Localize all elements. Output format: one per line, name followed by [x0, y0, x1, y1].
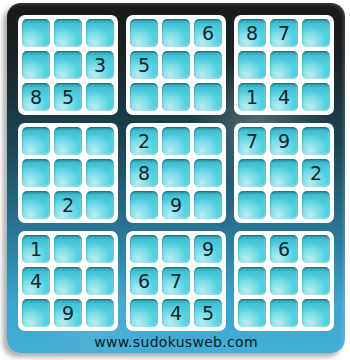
cell-r3c9[interactable]: [302, 83, 330, 111]
cell-r4c5[interactable]: [162, 127, 190, 155]
cell-r1c2[interactable]: [54, 19, 82, 47]
cell-r2c2[interactable]: [54, 51, 82, 79]
cell-r7c2[interactable]: [54, 235, 82, 263]
cell-r5c7[interactable]: [238, 159, 266, 187]
cell-r9c9[interactable]: [302, 299, 330, 327]
box-5: 289: [126, 123, 226, 223]
cell-r6c2[interactable]: 2: [54, 191, 82, 219]
cell-r4c3[interactable]: [86, 127, 114, 155]
cell-r1c8[interactable]: 7: [270, 19, 298, 47]
cell-r8c5[interactable]: 7: [162, 267, 190, 295]
box-8: 96745: [126, 231, 226, 331]
cell-r2c1[interactable]: [22, 51, 50, 79]
cell-r7c3[interactable]: [86, 235, 114, 263]
cell-r2c7[interactable]: [238, 51, 266, 79]
cell-r5c8[interactable]: [270, 159, 298, 187]
cell-r4c9[interactable]: [302, 127, 330, 155]
cell-r4c8[interactable]: 9: [270, 127, 298, 155]
cell-r8c7[interactable]: [238, 267, 266, 295]
cell-r4c2[interactable]: [54, 127, 82, 155]
cell-r2c3[interactable]: 3: [86, 51, 114, 79]
cell-r8c3[interactable]: [86, 267, 114, 295]
cell-r5c9[interactable]: 2: [302, 159, 330, 187]
cell-r5c4[interactable]: 8: [130, 159, 158, 187]
cell-r8c4[interactable]: 6: [130, 267, 158, 295]
site-url-label: www.sudokusweb.com: [7, 334, 345, 350]
cell-r5c5[interactable]: [162, 159, 190, 187]
cell-r7c6[interactable]: 9: [194, 235, 222, 263]
cell-r3c6[interactable]: [194, 83, 222, 111]
cell-r2c9[interactable]: [302, 51, 330, 79]
cell-r8c2[interactable]: [54, 267, 82, 295]
cell-r9c7[interactable]: [238, 299, 266, 327]
cell-r6c1[interactable]: [22, 191, 50, 219]
cell-r5c3[interactable]: [86, 159, 114, 187]
box-4: 2: [18, 123, 118, 223]
box-6: 792: [234, 123, 334, 223]
cell-r3c2[interactable]: 5: [54, 83, 82, 111]
cell-r2c8[interactable]: [270, 51, 298, 79]
cell-r1c6[interactable]: 6: [194, 19, 222, 47]
cell-r2c4[interactable]: 5: [130, 51, 158, 79]
cell-r9c5[interactable]: 4: [162, 299, 190, 327]
cell-r7c5[interactable]: [162, 235, 190, 263]
cell-r9c4[interactable]: [130, 299, 158, 327]
cell-r5c2[interactable]: [54, 159, 82, 187]
sudoku-grid: 385 65 8714 2 289 792 149 96745 6: [7, 3, 345, 331]
cell-r4c6[interactable]: [194, 127, 222, 155]
cell-r6c9[interactable]: [302, 191, 330, 219]
cell-r4c7[interactable]: 7: [238, 127, 266, 155]
cell-r7c7[interactable]: [238, 235, 266, 263]
cell-r8c1[interactable]: 4: [22, 267, 50, 295]
cell-r1c4[interactable]: [130, 19, 158, 47]
cell-r1c7[interactable]: 8: [238, 19, 266, 47]
cell-r4c4[interactable]: 2: [130, 127, 158, 155]
cell-r7c9[interactable]: [302, 235, 330, 263]
cell-r7c4[interactable]: [130, 235, 158, 263]
cell-r3c1[interactable]: 8: [22, 83, 50, 111]
cell-r1c1[interactable]: [22, 19, 50, 47]
cell-r6c7[interactable]: [238, 191, 266, 219]
cell-r8c9[interactable]: [302, 267, 330, 295]
cell-r7c1[interactable]: 1: [22, 235, 50, 263]
box-2: 65: [126, 15, 226, 115]
cell-r8c6[interactable]: [194, 267, 222, 295]
cell-r1c5[interactable]: [162, 19, 190, 47]
cell-r9c8[interactable]: [270, 299, 298, 327]
box-3: 8714: [234, 15, 334, 115]
cell-r9c3[interactable]: [86, 299, 114, 327]
cell-r3c7[interactable]: 1: [238, 83, 266, 111]
cell-r6c4[interactable]: [130, 191, 158, 219]
box-1: 385: [18, 15, 118, 115]
box-9: 6: [234, 231, 334, 331]
board-frame: 385 65 8714 2 289 792 149 96745 6 www.su…: [7, 3, 345, 353]
cell-r4c1[interactable]: [22, 127, 50, 155]
cell-r5c1[interactable]: [22, 159, 50, 187]
cell-r9c2[interactable]: 9: [54, 299, 82, 327]
box-7: 149: [18, 231, 118, 331]
sudoku-page: 385 65 8714 2 289 792 149 96745 6 www.su…: [0, 0, 350, 360]
cell-r6c8[interactable]: [270, 191, 298, 219]
cell-r2c5[interactable]: [162, 51, 190, 79]
cell-r8c8[interactable]: [270, 267, 298, 295]
cell-r6c5[interactable]: 9: [162, 191, 190, 219]
cell-r3c4[interactable]: [130, 83, 158, 111]
cell-r3c3[interactable]: [86, 83, 114, 111]
cell-r3c8[interactable]: 4: [270, 83, 298, 111]
cell-r9c6[interactable]: 5: [194, 299, 222, 327]
cell-r1c3[interactable]: [86, 19, 114, 47]
cell-r9c1[interactable]: [22, 299, 50, 327]
cell-r6c3[interactable]: [86, 191, 114, 219]
cell-r3c5[interactable]: [162, 83, 190, 111]
cell-r6c6[interactable]: [194, 191, 222, 219]
cell-r5c6[interactable]: [194, 159, 222, 187]
cell-r2c6[interactable]: [194, 51, 222, 79]
cell-r1c9[interactable]: [302, 19, 330, 47]
cell-r7c8[interactable]: 6: [270, 235, 298, 263]
